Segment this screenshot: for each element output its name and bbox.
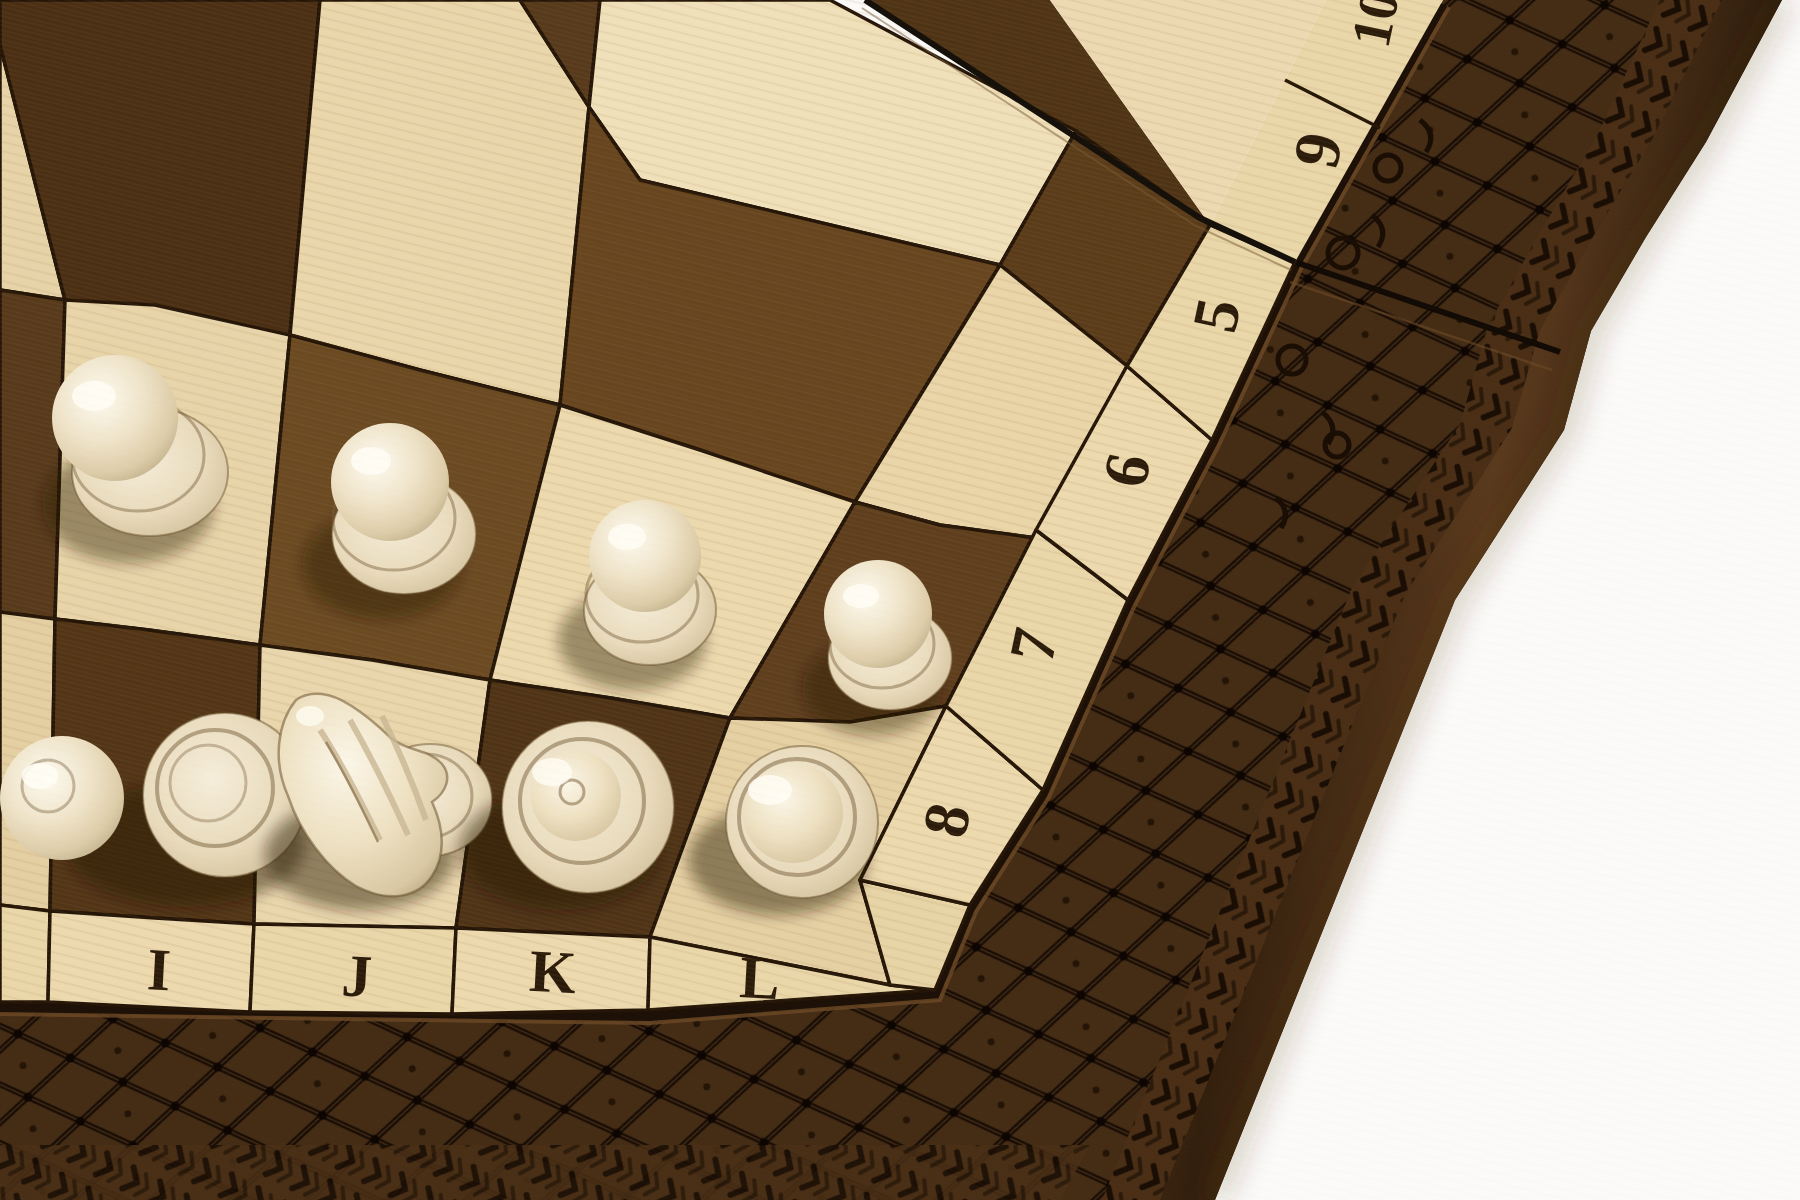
board-photo: 9 10 I (0, 0, 1800, 1200)
photo-texture (0, 0, 1800, 1200)
